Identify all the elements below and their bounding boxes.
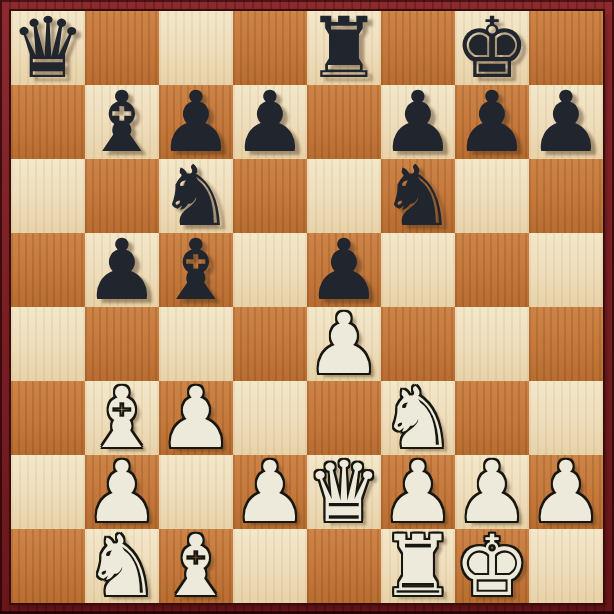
square-h2[interactable]: ♟︎ (529, 455, 603, 529)
piece-white-queen[interactable]: ♛︎ (306, 455, 381, 529)
piece-black-knight[interactable]: ♞︎ (380, 159, 455, 233)
square-e2[interactable]: ♛︎ (307, 455, 381, 529)
square-h7[interactable]: ♟︎ (529, 85, 603, 159)
square-a4[interactable] (11, 307, 85, 381)
square-h5[interactable] (529, 233, 603, 307)
square-d6[interactable] (233, 159, 307, 233)
square-f5[interactable] (381, 233, 455, 307)
square-c5[interactable]: ♝︎ (159, 233, 233, 307)
piece-white-knight[interactable]: ♞︎ (84, 529, 159, 603)
square-d5[interactable] (233, 233, 307, 307)
square-g1[interactable]: ♚︎ (455, 529, 529, 603)
piece-black-bishop[interactable]: ♝︎ (84, 85, 159, 159)
piece-white-king[interactable]: ♚︎ (454, 529, 529, 603)
square-d4[interactable] (233, 307, 307, 381)
piece-black-queen[interactable]: ♛︎ (10, 11, 85, 85)
square-h1[interactable] (529, 529, 603, 603)
piece-black-pawn[interactable]: ♟︎ (84, 233, 159, 307)
square-b1[interactable]: ♞︎ (85, 529, 159, 603)
chess-board-frame: ♛︎♜︎♚︎♝︎♟︎♟︎♟︎♟︎♟︎♞︎♞︎♟︎♝︎♟︎♟︎♝︎♟︎♞︎♟︎♟︎… (0, 0, 614, 614)
square-e4[interactable]: ♟︎ (307, 307, 381, 381)
piece-white-rook[interactable]: ♜︎ (380, 529, 455, 603)
square-f6[interactable]: ♞︎ (381, 159, 455, 233)
piece-white-pawn[interactable]: ♟︎ (158, 381, 233, 455)
square-g5[interactable] (455, 233, 529, 307)
square-a8[interactable]: ♛︎ (11, 11, 85, 85)
square-h4[interactable] (529, 307, 603, 381)
square-a6[interactable] (11, 159, 85, 233)
square-d2[interactable]: ♟︎ (233, 455, 307, 529)
square-e1[interactable] (307, 529, 381, 603)
piece-black-pawn[interactable]: ♟︎ (528, 85, 603, 159)
square-d1[interactable] (233, 529, 307, 603)
square-a1[interactable] (11, 529, 85, 603)
piece-black-rook[interactable]: ♜︎ (306, 11, 381, 85)
chess-board: ♛︎♜︎♚︎♝︎♟︎♟︎♟︎♟︎♟︎♞︎♞︎♟︎♝︎♟︎♟︎♝︎♟︎♞︎♟︎♟︎… (11, 11, 603, 603)
piece-white-pawn[interactable]: ♟︎ (306, 307, 381, 381)
square-e7[interactable] (307, 85, 381, 159)
piece-white-pawn[interactable]: ♟︎ (232, 455, 307, 529)
square-f1[interactable]: ♜︎ (381, 529, 455, 603)
square-g6[interactable] (455, 159, 529, 233)
square-c1[interactable]: ♝︎ (159, 529, 233, 603)
square-c3[interactable]: ♟︎ (159, 381, 233, 455)
square-g7[interactable]: ♟︎ (455, 85, 529, 159)
square-a7[interactable] (11, 85, 85, 159)
piece-black-bishop[interactable]: ♝︎ (158, 233, 233, 307)
piece-white-pawn[interactable]: ♟︎ (528, 455, 603, 529)
square-a5[interactable] (11, 233, 85, 307)
square-a3[interactable] (11, 381, 85, 455)
square-g4[interactable] (455, 307, 529, 381)
square-e8[interactable]: ♜︎ (307, 11, 381, 85)
piece-black-pawn[interactable]: ♟︎ (454, 85, 529, 159)
square-b5[interactable]: ♟︎ (85, 233, 159, 307)
piece-white-bishop[interactable]: ♝︎ (158, 529, 233, 603)
square-a2[interactable] (11, 455, 85, 529)
piece-black-pawn[interactable]: ♟︎ (232, 85, 307, 159)
square-h6[interactable] (529, 159, 603, 233)
square-b7[interactable]: ♝︎ (85, 85, 159, 159)
square-d7[interactable]: ♟︎ (233, 85, 307, 159)
